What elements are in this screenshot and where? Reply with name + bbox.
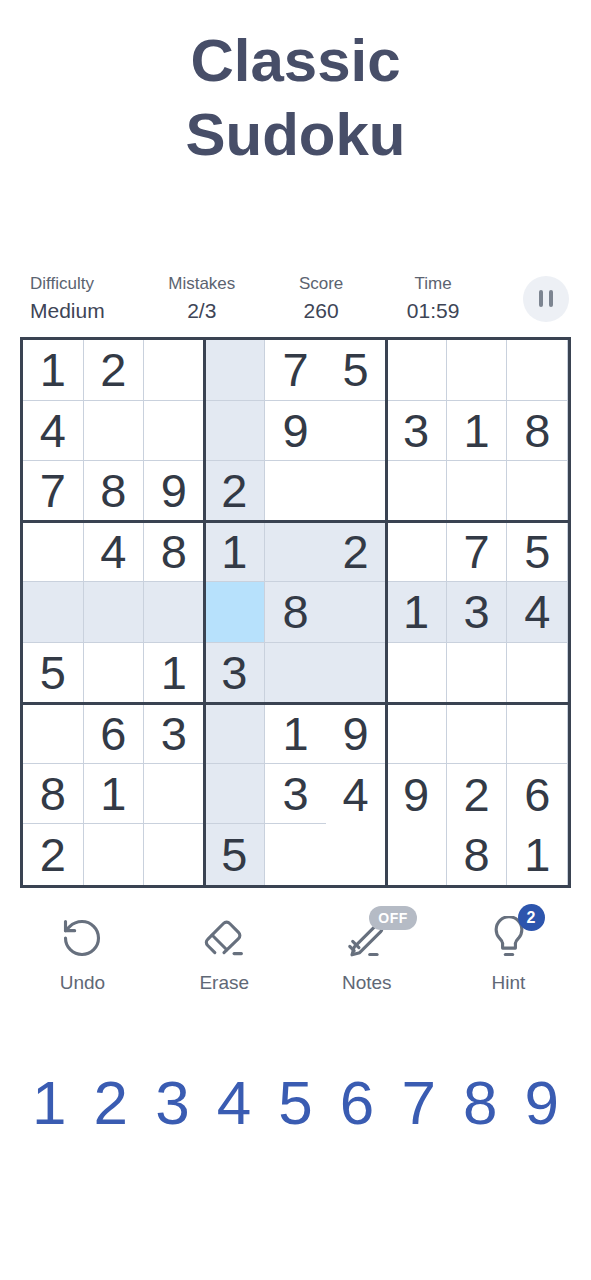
cell-r4c3[interactable]: 8 <box>144 522 205 583</box>
stat-difficulty: Difficulty Medium <box>30 274 105 323</box>
pencil-icon: OFF <box>343 914 391 962</box>
cell-r2c7[interactable]: 3 <box>386 401 447 462</box>
cell-r5c1[interactable] <box>23 582 84 643</box>
cell-r8c7[interactable]: 9 <box>386 764 447 825</box>
stats-bar: Difficulty Medium Mistakes 2/3 Score 260… <box>0 274 591 323</box>
title-line-1: Classic <box>0 24 591 98</box>
difficulty-value: Medium <box>30 299 105 323</box>
numpad-4[interactable]: 4 <box>217 1072 251 1134</box>
mistakes-value: 2/3 <box>168 299 235 323</box>
cell-r1c1[interactable]: 1 <box>23 340 84 401</box>
cell-r1c8[interactable] <box>447 340 508 401</box>
score-value: 260 <box>299 299 343 323</box>
hint-count-badge: 2 <box>518 904 545 931</box>
erase-label: Erase <box>199 972 249 994</box>
cell-r2c6[interactable] <box>326 401 387 462</box>
cell-r8c5[interactable]: 3 <box>265 764 326 825</box>
cell-r7c4[interactable] <box>205 703 266 764</box>
cell-r4c1[interactable] <box>23 522 84 583</box>
pause-button[interactable] <box>523 276 569 322</box>
cell-r8c4[interactable] <box>205 764 266 825</box>
cell-r9c2[interactable] <box>84 824 145 885</box>
cell-r6c3[interactable]: 1 <box>144 643 205 704</box>
score-label: Score <box>299 274 343 294</box>
cell-r3c3[interactable]: 9 <box>144 461 205 522</box>
numpad-7[interactable]: 7 <box>401 1072 435 1134</box>
cell-r4c8[interactable]: 7 <box>447 522 508 583</box>
cell-r6c2[interactable] <box>84 643 145 704</box>
cell-r3c1[interactable]: 7 <box>23 461 84 522</box>
numpad-2[interactable]: 2 <box>94 1072 128 1134</box>
cell-r6c7[interactable] <box>386 643 447 704</box>
erase-button[interactable]: Erase <box>199 914 249 994</box>
lightbulb-icon: 2 <box>485 914 533 962</box>
cell-r2c9[interactable]: 8 <box>507 401 568 462</box>
cell-r1c6[interactable]: 5 <box>326 340 387 401</box>
time-label: Time <box>407 274 460 294</box>
cell-r6c6[interactable] <box>326 643 387 704</box>
cell-r6c8[interactable] <box>447 643 508 704</box>
cell-r2c1[interactable]: 4 <box>23 401 84 462</box>
cell-r2c4[interactable] <box>205 401 266 462</box>
cell-r4c2[interactable]: 4 <box>84 522 145 583</box>
numpad-3[interactable]: 3 <box>155 1072 189 1134</box>
cell-r1c5[interactable]: 7 <box>265 340 326 401</box>
cell-r4c4[interactable]: 1 <box>205 522 266 583</box>
cell-r2c3[interactable] <box>144 401 205 462</box>
cell-r7c2[interactable]: 6 <box>84 703 145 764</box>
cell-r7c9[interactable] <box>507 703 568 764</box>
notes-off-badge: OFF <box>369 906 417 930</box>
cell-r8c6[interactable]: 4 <box>326 764 387 825</box>
cell-r3c6[interactable] <box>326 461 387 522</box>
cell-r7c1[interactable] <box>23 703 84 764</box>
cell-r4c9[interactable]: 5 <box>507 522 568 583</box>
cell-r1c3[interactable] <box>144 340 205 401</box>
numpad-8[interactable]: 8 <box>463 1072 497 1134</box>
cell-r5c6[interactable] <box>326 582 387 643</box>
cell-r3c8[interactable] <box>447 461 508 522</box>
page-title: Classic Sudoku <box>0 24 591 172</box>
cell-r1c9[interactable] <box>507 340 568 401</box>
cell-r8c8[interactable]: 2 <box>447 764 508 825</box>
undo-label: Undo <box>60 972 105 994</box>
cell-r9c3[interactable] <box>144 824 205 885</box>
cell-r5c8[interactable]: 3 <box>447 582 508 643</box>
cell-r6c5[interactable] <box>265 643 326 704</box>
cell-r9c7[interactable] <box>386 824 447 885</box>
cell-r5c7[interactable]: 1 <box>386 582 447 643</box>
numpad-6[interactable]: 6 <box>340 1072 374 1134</box>
cell-r9c8[interactable]: 8 <box>447 824 508 885</box>
cell-r5c2[interactable] <box>84 582 145 643</box>
cell-r7c8[interactable] <box>447 703 508 764</box>
sudoku-grid: 1275493187892481275813451363198134926258… <box>20 337 571 888</box>
cell-r9c4[interactable]: 5 <box>205 824 266 885</box>
hint-button[interactable]: 2 Hint <box>485 914 533 994</box>
numpad-5[interactable]: 5 <box>278 1072 312 1134</box>
stat-mistakes: Mistakes 2/3 <box>168 274 235 323</box>
cell-r9c5[interactable] <box>265 824 326 885</box>
cell-r5c3[interactable] <box>144 582 205 643</box>
pause-icon <box>539 290 553 307</box>
cell-r8c3[interactable] <box>144 764 205 825</box>
cell-r5c5[interactable]: 8 <box>265 582 326 643</box>
cell-r9c6[interactable] <box>326 824 387 885</box>
cell-r3c4[interactable]: 2 <box>205 461 266 522</box>
cell-r5c4[interactable] <box>205 582 266 643</box>
cell-r1c7[interactable] <box>386 340 447 401</box>
undo-button[interactable]: Undo <box>58 914 106 994</box>
difficulty-label: Difficulty <box>30 274 105 294</box>
cell-r4c7[interactable] <box>386 522 447 583</box>
cell-r7c3[interactable]: 3 <box>144 703 205 764</box>
notes-label: Notes <box>342 972 392 994</box>
cell-r8c9[interactable]: 6 <box>507 764 568 825</box>
cell-r9c1[interactable]: 2 <box>23 824 84 885</box>
cell-r2c2[interactable] <box>84 401 145 462</box>
cell-r8c2[interactable]: 1 <box>84 764 145 825</box>
numpad-1[interactable]: 1 <box>32 1072 66 1134</box>
cell-r2c8[interactable]: 1 <box>447 401 508 462</box>
cell-r3c2[interactable]: 8 <box>84 461 145 522</box>
title-line-2: Sudoku <box>0 98 591 172</box>
cell-r1c4[interactable] <box>205 340 266 401</box>
cell-r3c7[interactable] <box>386 461 447 522</box>
cell-r6c9[interactable] <box>507 643 568 704</box>
cell-r7c7[interactable] <box>386 703 447 764</box>
eraser-icon <box>200 914 248 962</box>
undo-icon <box>58 914 106 962</box>
cell-r3c5[interactable] <box>265 461 326 522</box>
cell-r7c5[interactable]: 1 <box>265 703 326 764</box>
mistakes-label: Mistakes <box>168 274 235 294</box>
cell-r1c2[interactable]: 2 <box>84 340 145 401</box>
numpad: 123456789 <box>0 1072 591 1134</box>
time-value: 01:59 <box>407 299 460 323</box>
cell-r4c6[interactable]: 2 <box>326 522 387 583</box>
cell-r3c9[interactable] <box>507 461 568 522</box>
cell-r6c4[interactable]: 3 <box>205 643 266 704</box>
cell-r2c5[interactable]: 9 <box>265 401 326 462</box>
cell-r6c1[interactable]: 5 <box>23 643 84 704</box>
cell-r9c9[interactable]: 1 <box>507 824 568 885</box>
stat-time: Time 01:59 <box>407 274 460 323</box>
hint-label: Hint <box>492 972 526 994</box>
notes-button[interactable]: OFF Notes <box>342 914 392 994</box>
cell-r7c6[interactable]: 9 <box>326 703 387 764</box>
toolbar: Undo Erase OFF Notes 2 Hint <box>0 914 591 994</box>
cell-r5c9[interactable]: 4 <box>507 582 568 643</box>
cell-r8c1[interactable]: 8 <box>23 764 84 825</box>
numpad-9[interactable]: 9 <box>525 1072 559 1134</box>
stat-score: Score 260 <box>299 274 343 323</box>
cell-r4c5[interactable] <box>265 522 326 583</box>
